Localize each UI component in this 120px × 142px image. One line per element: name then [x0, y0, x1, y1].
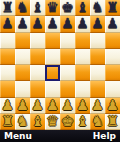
piece-black-rook: ♜: [106, 0, 119, 14]
square-e4[interactable]: [60, 65, 75, 81]
square-f2[interactable]: ♟: [75, 98, 90, 114]
piece-black-pawn: ♟: [46, 16, 59, 30]
piece-black-pawn: ♟: [106, 16, 119, 30]
square-b3[interactable]: [15, 81, 30, 97]
chess-board: ♜♞♝♛♚♝♞♜♟♟♟♟♟♟♟♟♟♟♟♟♟♟♟♟♜♞♝♛♚♝♞♜: [0, 0, 120, 130]
square-g6[interactable]: [90, 33, 105, 49]
square-f1[interactable]: ♝: [75, 114, 90, 130]
piece-white-pawn: ♟: [16, 98, 29, 112]
square-e8[interactable]: ♚: [60, 0, 75, 16]
piece-black-pawn: ♟: [91, 16, 104, 30]
square-b6[interactable]: [15, 33, 30, 49]
square-e1[interactable]: ♚: [60, 114, 75, 130]
piece-white-pawn: ♟: [46, 98, 59, 112]
square-g4[interactable]: [90, 65, 105, 81]
square-h7[interactable]: ♟: [105, 16, 120, 32]
square-h1[interactable]: ♜: [105, 114, 120, 130]
square-e6[interactable]: [60, 33, 75, 49]
square-d5[interactable]: [45, 49, 60, 65]
square-b5[interactable]: [15, 49, 30, 65]
square-h6[interactable]: [105, 33, 120, 49]
square-f6[interactable]: [75, 33, 90, 49]
square-a6[interactable]: [0, 33, 15, 49]
square-f8[interactable]: ♝: [75, 0, 90, 16]
menu-softkey[interactable]: Menu: [4, 130, 32, 142]
square-e3[interactable]: [60, 81, 75, 97]
piece-white-rook: ♜: [106, 114, 119, 128]
square-f4[interactable]: [75, 65, 90, 81]
piece-black-pawn: ♟: [16, 16, 29, 30]
square-c1[interactable]: ♝: [30, 114, 45, 130]
piece-black-bishop: ♝: [31, 0, 44, 14]
piece-white-bishop: ♝: [31, 114, 44, 128]
square-b4[interactable]: [15, 65, 30, 81]
square-e2[interactable]: ♟: [60, 98, 75, 114]
square-d6[interactable]: [45, 33, 60, 49]
square-a2[interactable]: ♟: [0, 98, 15, 114]
square-h8[interactable]: ♜: [105, 0, 120, 16]
square-d2[interactable]: ♟: [45, 98, 60, 114]
piece-white-knight: ♞: [16, 114, 29, 128]
square-c2[interactable]: ♟: [30, 98, 45, 114]
piece-white-king: ♚: [61, 114, 74, 128]
square-c8[interactable]: ♝: [30, 0, 45, 16]
square-a5[interactable]: [0, 49, 15, 65]
square-c5[interactable]: [30, 49, 45, 65]
piece-white-pawn: ♟: [1, 98, 14, 112]
square-f7[interactable]: ♟: [75, 16, 90, 32]
square-g8[interactable]: ♞: [90, 0, 105, 16]
piece-black-pawn: ♟: [61, 16, 74, 30]
piece-white-bishop: ♝: [76, 114, 89, 128]
piece-white-rook: ♜: [1, 114, 14, 128]
square-c3[interactable]: [30, 81, 45, 97]
square-f5[interactable]: [75, 49, 90, 65]
piece-white-queen: ♛: [46, 114, 59, 128]
square-g7[interactable]: ♟: [90, 16, 105, 32]
square-g2[interactable]: ♟: [90, 98, 105, 114]
square-b2[interactable]: ♟: [15, 98, 30, 114]
square-a7[interactable]: ♟: [0, 16, 15, 32]
piece-white-pawn: ♟: [106, 98, 119, 112]
square-a1[interactable]: ♜: [0, 114, 15, 130]
square-d7[interactable]: ♟: [45, 16, 60, 32]
piece-white-pawn: ♟: [31, 98, 44, 112]
square-e5[interactable]: [60, 49, 75, 65]
piece-white-knight: ♞: [91, 114, 104, 128]
square-g1[interactable]: ♞: [90, 114, 105, 130]
square-a8[interactable]: ♜: [0, 0, 15, 16]
square-d8[interactable]: ♛: [45, 0, 60, 16]
softkey-bar: Menu Help: [0, 130, 120, 142]
help-softkey[interactable]: Help: [93, 130, 116, 142]
square-f3[interactable]: [75, 81, 90, 97]
square-h4[interactable]: [105, 65, 120, 81]
square-b1[interactable]: ♞: [15, 114, 30, 130]
square-g3[interactable]: [90, 81, 105, 97]
piece-black-knight: ♞: [16, 0, 29, 14]
piece-black-knight: ♞: [91, 0, 104, 14]
square-a4[interactable]: [0, 65, 15, 81]
square-b8[interactable]: ♞: [15, 0, 30, 16]
square-d3[interactable]: [45, 81, 60, 97]
square-c6[interactable]: [30, 33, 45, 49]
square-h5[interactable]: [105, 49, 120, 65]
square-h2[interactable]: ♟: [105, 98, 120, 114]
square-h3[interactable]: [105, 81, 120, 97]
square-a3[interactable]: [0, 81, 15, 97]
piece-black-pawn: ♟: [1, 16, 14, 30]
piece-white-pawn: ♟: [76, 98, 89, 112]
square-d1[interactable]: ♛: [45, 114, 60, 130]
piece-black-queen: ♛: [46, 0, 59, 14]
square-g5[interactable]: [90, 49, 105, 65]
piece-white-pawn: ♟: [91, 98, 104, 112]
piece-black-pawn: ♟: [76, 16, 89, 30]
square-d4[interactable]: [45, 65, 60, 81]
square-b7[interactable]: ♟: [15, 16, 30, 32]
square-c4[interactable]: [30, 65, 45, 81]
piece-black-king: ♚: [61, 0, 74, 14]
square-e7[interactable]: ♟: [60, 16, 75, 32]
square-c7[interactable]: ♟: [30, 16, 45, 32]
piece-black-rook: ♜: [1, 0, 14, 14]
piece-white-pawn: ♟: [61, 98, 74, 112]
piece-black-pawn: ♟: [31, 16, 44, 30]
piece-black-bishop: ♝: [76, 0, 89, 14]
